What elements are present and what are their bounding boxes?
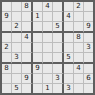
sudoku-cell-empty[interactable] — [22, 22, 33, 33]
sudoku-cell-given: 5 — [53, 22, 64, 33]
sudoku-cell-empty[interactable] — [53, 33, 64, 43]
sudoku-cell-empty[interactable] — [53, 12, 64, 22]
sudoku-cell-empty[interactable] — [64, 64, 74, 74]
sudoku-cell-empty[interactable] — [22, 53, 33, 64]
sudoku-cell-empty[interactable] — [33, 84, 43, 93]
sudoku-cell-empty[interactable] — [33, 53, 43, 64]
sudoku-cell-empty[interactable] — [2, 84, 12, 93]
sudoku-cell-empty[interactable] — [33, 22, 43, 33]
sudoku-cell-empty[interactable] — [53, 2, 64, 12]
sudoku-cell-given: 9 — [33, 64, 43, 74]
sudoku-cell-empty[interactable] — [74, 84, 84, 93]
sudoku-cell-empty[interactable] — [74, 53, 84, 64]
sudoku-cell-empty[interactable] — [12, 43, 22, 53]
sudoku-cell-empty[interactable] — [43, 12, 53, 22]
sudoku-cell-empty[interactable] — [84, 33, 93, 43]
sudoku-cell-empty[interactable] — [64, 2, 74, 12]
sudoku-cell-given: 8 — [22, 2, 33, 12]
sudoku-cell-empty[interactable] — [53, 43, 64, 53]
sudoku-cell-given: 5 — [64, 53, 74, 64]
sudoku-cell-given: 3 — [84, 43, 93, 53]
sudoku-cell-given: 1 — [33, 12, 43, 22]
sudoku-cell-empty[interactable] — [33, 33, 43, 43]
sudoku-cell-given: 3 — [12, 53, 22, 64]
sudoku-cell-given: 8 — [74, 33, 84, 43]
sudoku-cell-empty[interactable] — [53, 64, 64, 74]
sudoku-cell-empty[interactable] — [22, 43, 33, 53]
sudoku-cell-empty[interactable] — [74, 22, 84, 33]
sudoku-cell-empty[interactable] — [43, 74, 53, 84]
sudoku-cell-given: 4 — [22, 33, 33, 43]
sudoku-cell-given: 3 — [64, 84, 74, 93]
sudoku-cell-empty[interactable] — [43, 64, 53, 74]
sudoku-cell-given: 4 — [74, 64, 84, 74]
sudoku-cell-given: 9 — [22, 74, 33, 84]
sudoku-cell-empty[interactable] — [2, 74, 12, 84]
sudoku-cell-given: 2 — [74, 2, 84, 12]
sudoku-cell-given: 2 — [2, 43, 12, 53]
sudoku-cell-empty[interactable] — [64, 43, 74, 53]
sudoku-cell-empty[interactable] — [2, 22, 12, 33]
sudoku-cell-empty[interactable] — [43, 53, 53, 64]
sudoku-cell-given: 4 — [43, 2, 53, 12]
sudoku-cell-empty[interactable] — [33, 74, 43, 84]
sudoku-cell-empty[interactable] — [74, 74, 84, 84]
sudoku-cell-empty[interactable] — [74, 12, 84, 22]
sudoku-cell-empty[interactable] — [22, 64, 33, 74]
sudoku-cell-empty[interactable] — [12, 64, 22, 74]
sudoku-cell-empty[interactable] — [53, 84, 64, 93]
sudoku-cell-empty[interactable] — [84, 84, 93, 93]
sudoku-cell-given: 8 — [2, 64, 12, 74]
sudoku-cell-empty[interactable] — [12, 33, 22, 43]
sudoku-cell-empty[interactable] — [12, 74, 22, 84]
sudoku-cell-empty[interactable] — [64, 22, 74, 33]
sudoku-cell-empty[interactable] — [33, 2, 43, 12]
sudoku-cell-empty[interactable] — [2, 53, 12, 64]
sudoku-cell-empty[interactable] — [64, 33, 74, 43]
sudoku-cell-empty[interactable] — [22, 12, 33, 22]
sudoku-cell-empty[interactable] — [53, 53, 64, 64]
sudoku-cell-empty[interactable] — [43, 33, 53, 43]
sudoku-board: 842914259482335894936513 — [0, 0, 95, 95]
sudoku-cell-empty[interactable] — [2, 33, 12, 43]
sudoku-cell-given: 3 — [53, 74, 64, 84]
sudoku-cell-empty[interactable] — [84, 53, 93, 64]
sudoku-cell-given: 2 — [12, 22, 22, 33]
sudoku-cell-given: 1 — [43, 84, 53, 93]
sudoku-cell-empty[interactable] — [84, 12, 93, 22]
sudoku-cell-given: 4 — [64, 12, 74, 22]
sudoku-cell-given: 9 — [2, 12, 12, 22]
sudoku-cell-empty[interactable] — [33, 43, 43, 53]
sudoku-cell-empty[interactable] — [84, 64, 93, 74]
sudoku-cell-empty[interactable] — [74, 43, 84, 53]
sudoku-cell-given: 6 — [84, 74, 93, 84]
sudoku-cell-empty[interactable] — [64, 74, 74, 84]
sudoku-cell-given: 5 — [12, 84, 22, 93]
sudoku-cell-empty[interactable] — [84, 2, 93, 12]
sudoku-cell-empty[interactable] — [12, 12, 22, 22]
sudoku-cell-empty[interactable] — [22, 84, 33, 93]
sudoku-cell-empty[interactable] — [12, 2, 22, 12]
sudoku-cell-empty[interactable] — [2, 2, 12, 12]
sudoku-cell-given: 9 — [84, 22, 93, 33]
sudoku-cell-empty[interactable] — [43, 22, 53, 33]
sudoku-cell-empty[interactable] — [43, 43, 53, 53]
